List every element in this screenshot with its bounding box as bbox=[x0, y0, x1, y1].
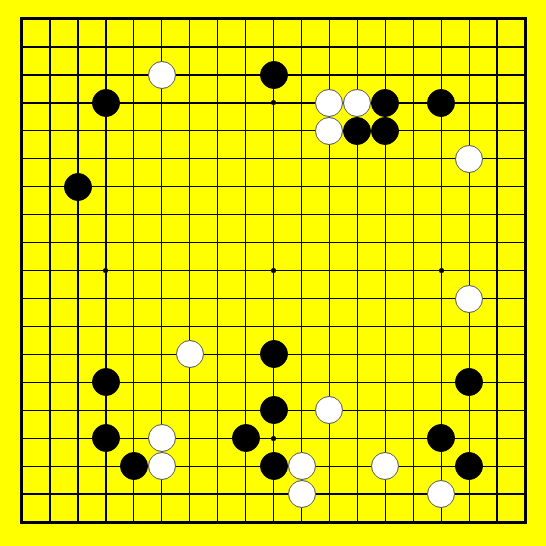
black-stone bbox=[260, 61, 288, 89]
grid-line-horizontal bbox=[22, 326, 525, 327]
black-stone bbox=[260, 340, 288, 368]
white-stone bbox=[455, 285, 483, 313]
star-point bbox=[271, 436, 276, 441]
board-background bbox=[0, 0, 546, 546]
white-stone bbox=[148, 452, 176, 480]
black-stone bbox=[232, 424, 260, 452]
black-stone bbox=[120, 452, 148, 480]
black-stone bbox=[371, 117, 399, 145]
white-stone bbox=[148, 424, 176, 452]
white-stone bbox=[176, 340, 204, 368]
grid-line-vertical bbox=[469, 19, 470, 522]
star-point bbox=[439, 268, 444, 273]
white-stone bbox=[455, 145, 483, 173]
black-stone bbox=[427, 89, 455, 117]
black-stone bbox=[92, 89, 120, 117]
black-stone bbox=[92, 424, 120, 452]
white-stone bbox=[288, 452, 316, 480]
white-stone bbox=[148, 61, 176, 89]
black-stone bbox=[343, 117, 371, 145]
black-stone bbox=[64, 173, 92, 201]
grid-line-vertical bbox=[301, 19, 302, 522]
black-stone bbox=[92, 368, 120, 396]
go-board[interactable] bbox=[0, 0, 546, 546]
grid-line-vertical bbox=[496, 19, 497, 522]
black-stone bbox=[371, 89, 399, 117]
black-stone bbox=[260, 396, 288, 424]
grid-line-horizontal bbox=[22, 298, 525, 299]
black-stone bbox=[260, 452, 288, 480]
white-stone bbox=[288, 480, 316, 508]
grid-line-vertical bbox=[413, 19, 414, 522]
